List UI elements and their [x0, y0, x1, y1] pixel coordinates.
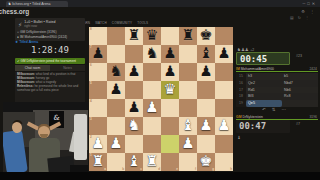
square-b7 [107, 45, 125, 63]
move-row-15: 15h3b5 [236, 73, 318, 80]
black-pawn-h7: ♟ [215, 45, 233, 63]
move-row-17: 17Rd1Nb6 [236, 87, 318, 94]
game-meta-box: ⚡ 1+0 • Bullet • Rated right now ○ GM Dr… [15, 18, 85, 41]
square-g5 [197, 81, 215, 99]
trophy-icon: ★ [15, 40, 18, 44]
rating-white: 3196 [309, 114, 317, 120]
lichess-page: lichess.org PLAYPUZZLESLEARNWATCHCOMMUNI… [0, 7, 320, 172]
square-a4: 4 [89, 99, 107, 117]
move-black-15[interactable]: b5 [282, 73, 318, 80]
square-g3: ♟ [197, 117, 215, 135]
chess-board: 8♜♛♜♚7♟♞♟♝♟6♞♟♟♟5♟♛4♟♟3♞♝♟♟2♟♟♟a1♜bc♝d♜e… [89, 27, 233, 171]
tournament-rank-black: #23 [296, 54, 302, 58]
black-queen-d8: ♛ [143, 27, 161, 45]
square-h8 [215, 27, 233, 45]
nav-community[interactable]: COMMUNITY [112, 21, 132, 25]
check-icon: ✓ [17, 59, 20, 63]
tournament-rank-white: #7 [296, 122, 300, 126]
black-pawn-c4: ♟ [125, 99, 143, 117]
square-d2 [143, 135, 161, 153]
letterbox-strip [0, 172, 320, 180]
square-c5 [125, 81, 143, 99]
square-h4 [215, 99, 233, 117]
panel-toolbar-icons[interactable]: ▤ ↻ ⋮ [290, 15, 310, 20]
person-standing [74, 114, 87, 160]
file-coord-e: e [176, 167, 178, 171]
stream-frame: ♞ lichess.org • Titled Arena ─□✕ lichess… [0, 0, 320, 180]
square-b6: ♞ [107, 63, 125, 81]
square-f8: ♜ [179, 27, 197, 45]
time-ago: right now [24, 24, 55, 28]
square-d4: ♟ [143, 99, 161, 117]
black-rook-f8: ♜ [179, 27, 197, 45]
square-h5 [215, 81, 233, 99]
move-number: 19 [236, 100, 246, 107]
white-pawn-d4: ♟ [143, 99, 161, 117]
black-pawn-b5: ♟ [107, 81, 125, 99]
move-number: 18 [236, 93, 246, 100]
chat-tabs: Chat room Notes [15, 65, 85, 71]
black-pawn-a7: ♟ [89, 45, 107, 63]
move-white-16[interactable]: Qe2 [246, 80, 282, 87]
square-a8: 8 [89, 27, 107, 45]
captured-pieces-white: ♝ [237, 135, 241, 140]
chat-message: Relentless: he premoved the whole line a… [17, 85, 83, 93]
square-g7: ♝ [197, 45, 215, 63]
move-black-19 [282, 100, 318, 107]
tab-title: lichess.org • Titled Arena [12, 2, 50, 6]
move-row-16: 16Qe2Nbd7 [236, 80, 318, 87]
square-d5 [143, 81, 161, 99]
square-f7 [179, 45, 197, 63]
square-a3: 3 [89, 117, 107, 135]
square-g1: g♚ [197, 153, 215, 171]
tab-chat-room[interactable]: Chat room [15, 65, 50, 71]
square-g4 [197, 99, 215, 117]
black-pawn-e7: ♟ [161, 45, 179, 63]
white-pawn-a2: ♟ [89, 135, 107, 153]
white-bishop-f3: ♝ [179, 117, 197, 135]
black-knight-d7: ♞ [143, 45, 161, 63]
square-e6: ♟ [161, 63, 179, 81]
bullet-icon: ⚡ [18, 21, 22, 28]
square-h1: h [215, 153, 233, 171]
clock-black: 00:45 [236, 52, 290, 65]
square-b3 [107, 117, 125, 135]
square-g6: ♟ [197, 63, 215, 81]
file-coord-h: h [230, 167, 232, 171]
chat-panel[interactable]: Milkovsson: what kind of a position is t… [15, 72, 85, 102]
black-pawn-c6: ♟ [125, 63, 143, 81]
square-d3 [143, 117, 161, 135]
player-row-black[interactable]: IMMohammadAmin6900 2424 [236, 66, 318, 72]
square-e8 [161, 27, 179, 45]
square-f2: ♟ [179, 135, 197, 153]
square-d1: d♜ [143, 153, 161, 171]
white-pawn-b2: ♟ [107, 135, 125, 153]
black-player-line[interactable]: ● IM MohammadAmin6900 (2424) [17, 35, 83, 39]
nav-tools[interactable]: TOOLS [137, 21, 148, 25]
nav-watch[interactable]: WATCH [95, 21, 107, 25]
square-h2 [215, 135, 233, 153]
square-c2 [125, 135, 143, 153]
square-c7 [125, 45, 143, 63]
move-black-16[interactable]: Nbd7 [282, 80, 318, 87]
square-a5: 5 [89, 81, 107, 99]
flip-board-icon[interactable]: ⇅ [272, 107, 282, 112]
square-f1: f [179, 153, 197, 171]
square-a2: 2♟ [89, 135, 107, 153]
white-pawn-h3: ♟ [215, 117, 233, 135]
black-pawn-g6: ♟ [197, 63, 215, 81]
square-d7: ♞ [143, 45, 161, 63]
square-f6 [179, 63, 197, 81]
move-white-15[interactable]: h3 [246, 73, 282, 80]
white-rook-d1: ♜ [143, 153, 161, 171]
square-d6 [143, 63, 161, 81]
lichess-favicon-icon: ♞ [8, 2, 11, 6]
square-c3: ♞ [125, 117, 143, 135]
square-a1: a1♜ [89, 153, 107, 171]
file-coord-f: f [195, 167, 196, 171]
white-pawn-g3: ♟ [197, 117, 215, 135]
square-c6: ♟ [125, 63, 143, 81]
move-number: 17 [236, 87, 246, 94]
square-b8 [107, 27, 125, 45]
white-knight-c3: ♞ [125, 117, 143, 135]
title-badge: IM [236, 67, 240, 71]
square-e1: e [161, 153, 179, 171]
black-pawn-e6: ♟ [161, 63, 179, 81]
square-b4 [107, 99, 125, 117]
move-number: 15 [236, 73, 246, 80]
square-b2: ♟ [107, 135, 125, 153]
move-white-19[interactable]: Qe5 [246, 100, 282, 107]
rank-coord-6: 6 [90, 63, 92, 67]
white-player-line[interactable]: ○ GM DrNykterstein (3196) [17, 30, 83, 34]
square-e2 [161, 135, 179, 153]
rank-coord-3: 3 [90, 117, 92, 121]
square-e3 [161, 117, 179, 135]
square-e7: ♟ [161, 45, 179, 63]
white-queen-e5: ♛ [161, 81, 179, 99]
rank-coord-4: 4 [90, 99, 92, 103]
move-white-17[interactable]: Rd1 [246, 87, 282, 94]
square-c4: ♟ [125, 99, 143, 117]
tab-notes[interactable]: Notes [50, 65, 85, 71]
white-rook-a1: ♜ [89, 153, 107, 171]
square-a7: 7♟ [89, 45, 107, 63]
rank-coord-5: 5 [90, 81, 92, 85]
move-white-18[interactable]: Bf3 [246, 93, 282, 100]
move-row-18: 18Bf3Rc8 [236, 93, 318, 100]
rating-black: 2424 [309, 66, 317, 72]
square-b5: ♟ [107, 81, 125, 99]
black-bishop-g7: ♝ [197, 45, 215, 63]
menu-icon[interactable]: ⋯ [282, 107, 293, 112]
title-badge: GM [236, 115, 241, 119]
close-icon[interactable]: ✕ [312, 1, 317, 6]
square-d8: ♛ [143, 27, 161, 45]
square-a6: 6 [89, 63, 107, 81]
square-h3: ♟ [215, 117, 233, 135]
black-knight-b6: ♞ [107, 63, 125, 81]
tournament-banner: ✓GM DrNykterstein joined the tournament [15, 58, 85, 64]
header-icons[interactable]: ⚙ ⋮ [301, 9, 316, 14]
square-c1: c♝ [125, 153, 143, 171]
move-list: 15h3b516Qe2Nbd717Rd1Nb618Bf3Rc819Qe5 [236, 73, 318, 107]
square-g2 [197, 135, 215, 153]
square-h6 [215, 63, 233, 81]
rank-coord-8: 8 [90, 27, 92, 31]
tournament-clock: 1:28:49 [15, 45, 85, 55]
white-bishop-c1: ♝ [125, 153, 143, 171]
square-f4 [179, 99, 197, 117]
browser-titlebar: ♞ lichess.org • Titled Arena ─□✕ [0, 0, 320, 7]
black-rook-c8: ♜ [125, 27, 143, 45]
chat-username: Relentless: [17, 84, 34, 88]
square-b1: b [107, 153, 125, 171]
square-e5: ♛ [161, 81, 179, 99]
clock-white: 00:47 [236, 120, 290, 133]
move-black-17[interactable]: Nb6 [282, 87, 318, 94]
webcam-feed: & [3, 102, 88, 173]
rewind-icon[interactable]: ↶ [262, 107, 272, 112]
tournament-link[interactable]: ★ Titled Arena [15, 40, 85, 44]
square-e4 [161, 99, 179, 117]
move-black-18[interactable]: Rc8 [282, 93, 318, 100]
board-action-buttons: ↶⇅⋯ [236, 107, 318, 112]
square-h7: ♟ [215, 45, 233, 63]
move-row-19: 19Qe5 [236, 100, 318, 107]
move-number: 16 [236, 80, 246, 87]
window-controls[interactable]: ─□✕ [302, 0, 317, 7]
square-f5 [179, 81, 197, 99]
black-king-g8: ♚ [197, 27, 215, 45]
file-coord-b: b [122, 167, 124, 171]
lichess-logo[interactable]: lichess.org [0, 8, 29, 15]
square-g8: ♚ [197, 27, 215, 45]
white-pawn-f2: ♟ [179, 135, 197, 153]
white-king-g1: ♚ [197, 153, 215, 171]
square-f3: ♝ [179, 117, 197, 135]
square-c8: ♜ [125, 27, 143, 45]
